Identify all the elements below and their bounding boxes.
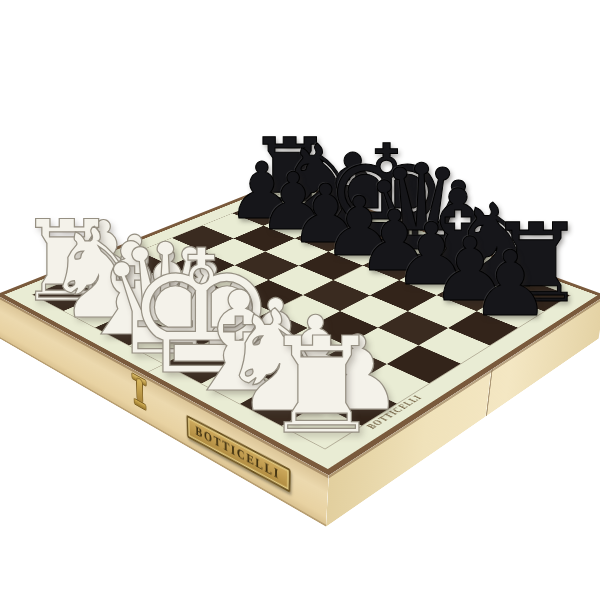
product-photo: BOTTICELLI BOTTICELLI ♜♞♝♚♛♝♞♜♟♟♟♟♟♟♟♟♟♟… (0, 0, 600, 600)
board-surface: BOTTICELLI (0, 179, 600, 475)
square-e1 (164, 345, 239, 383)
square-h1 (281, 404, 362, 449)
square-f3 (274, 328, 346, 364)
square-f2 (239, 345, 313, 383)
square-h6 (448, 311, 518, 345)
square-c1 (95, 311, 166, 345)
board-3d: BOTTICELLI BOTTICELLI (0, 179, 600, 475)
square-h2 (319, 383, 397, 425)
square-g1 (240, 383, 318, 425)
square-f4 (308, 311, 378, 345)
square-h3 (354, 364, 430, 404)
square-g6 (408, 295, 476, 327)
square-d2 (166, 311, 237, 345)
square-f5 (340, 295, 408, 328)
square-h5 (418, 328, 490, 364)
square-g4 (346, 328, 418, 364)
square-b1 (63, 295, 132, 328)
square-e4 (271, 295, 340, 328)
square-h4 (387, 345, 461, 383)
square-e3 (237, 311, 308, 345)
square-g2 (277, 364, 353, 404)
square-g5 (378, 311, 448, 345)
square-f1 (201, 364, 277, 404)
square-c2 (133, 295, 202, 328)
square-g3 (313, 345, 387, 383)
square-d3 (202, 295, 271, 328)
square-h7 (476, 295, 544, 327)
square-d1 (129, 328, 202, 364)
square-e2 (202, 328, 274, 364)
box-fold-seam (486, 369, 493, 417)
brass-latch-icon (130, 371, 147, 412)
